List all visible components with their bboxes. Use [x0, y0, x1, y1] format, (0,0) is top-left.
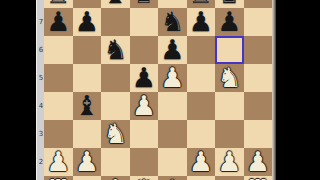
square-b5[interactable] [73, 64, 102, 92]
letterbox-right [276, 0, 320, 180]
square-e7[interactable]: ♞ [158, 8, 187, 36]
square-d7[interactable] [130, 8, 159, 36]
piece-white-queen[interactable]: ♛ [130, 176, 159, 180]
square-a7[interactable]: ♟ [44, 8, 73, 36]
piece-black-pawn[interactable]: ♟ [215, 8, 244, 36]
chess-board: ♜♝♛♜♚♟♟♞♟♟♞♟♟♟♞♝♟♞♟♟♟♟♟♜♝♛♚♜ [44, 0, 272, 180]
square-b6[interactable] [73, 36, 102, 64]
square-e6[interactable]: ♟ [158, 36, 187, 64]
square-e1[interactable]: ♚ [158, 176, 187, 180]
square-c2[interactable] [101, 148, 130, 176]
piece-white-bishop[interactable]: ♝ [101, 176, 130, 180]
piece-white-pawn[interactable]: ♟ [244, 148, 273, 176]
square-h5[interactable] [244, 64, 273, 92]
square-f7[interactable]: ♟ [187, 8, 216, 36]
piece-black-knight[interactable]: ♞ [101, 36, 130, 64]
square-d1[interactable]: ♛ [130, 176, 159, 180]
square-e4[interactable] [158, 92, 187, 120]
square-g5[interactable]: ♞ [215, 64, 244, 92]
square-a5[interactable] [44, 64, 73, 92]
square-f5[interactable] [187, 64, 216, 92]
square-d8[interactable]: ♛ [130, 0, 159, 8]
square-g1[interactable] [215, 176, 244, 180]
piece-white-pawn[interactable]: ♟ [44, 148, 73, 176]
piece-black-pawn[interactable]: ♟ [44, 8, 73, 36]
square-c7[interactable] [101, 8, 130, 36]
square-h3[interactable] [244, 120, 273, 148]
square-b7[interactable]: ♟ [73, 8, 102, 36]
square-f3[interactable] [187, 120, 216, 148]
piece-white-king[interactable]: ♚ [158, 176, 187, 180]
piece-black-bishop[interactable]: ♝ [101, 0, 130, 8]
letterbox-left [0, 0, 36, 180]
piece-white-pawn[interactable]: ♟ [73, 148, 102, 176]
square-f6[interactable] [187, 36, 216, 64]
board-grid: ♜♝♛♜♚♟♟♞♟♟♞♟♟♟♞♝♟♞♟♟♟♟♟♜♝♛♚♜ [44, 0, 272, 180]
piece-white-pawn[interactable]: ♟ [158, 64, 187, 92]
square-b1[interactable] [73, 176, 102, 180]
square-f4[interactable] [187, 92, 216, 120]
square-c4[interactable] [101, 92, 130, 120]
video-frame: { "game": "chess", "position": "r1bq1rk1… [0, 0, 320, 180]
square-c8[interactable]: ♝ [101, 0, 130, 8]
piece-white-knight[interactable]: ♞ [215, 64, 244, 92]
piece-black-pawn[interactable]: ♟ [73, 8, 102, 36]
piece-black-pawn[interactable]: ♟ [130, 64, 159, 92]
square-d4[interactable]: ♟ [130, 92, 159, 120]
square-a6[interactable] [44, 36, 73, 64]
square-e5[interactable]: ♟ [158, 64, 187, 92]
square-c5[interactable] [101, 64, 130, 92]
square-a1[interactable]: ♜ [44, 176, 73, 180]
square-h7[interactable] [244, 8, 273, 36]
piece-white-rook[interactable]: ♜ [44, 176, 73, 180]
square-b2[interactable]: ♟ [73, 148, 102, 176]
piece-white-knight[interactable]: ♞ [101, 120, 130, 148]
square-g4[interactable] [215, 92, 244, 120]
square-h8[interactable] [244, 0, 273, 8]
square-g7[interactable]: ♟ [215, 8, 244, 36]
square-b4[interactable]: ♝ [73, 92, 102, 120]
square-c6[interactable]: ♞ [101, 36, 130, 64]
piece-black-bishop[interactable]: ♝ [73, 92, 102, 120]
square-f1[interactable] [187, 176, 216, 180]
square-d5[interactable]: ♟ [130, 64, 159, 92]
square-h6[interactable] [244, 36, 273, 64]
piece-white-pawn[interactable]: ♟ [187, 148, 216, 176]
square-e3[interactable] [158, 120, 187, 148]
square-b3[interactable] [73, 120, 102, 148]
square-c1[interactable]: ♝ [101, 176, 130, 180]
piece-white-pawn[interactable]: ♟ [215, 148, 244, 176]
square-h2[interactable]: ♟ [244, 148, 273, 176]
square-g3[interactable] [215, 120, 244, 148]
square-f2[interactable]: ♟ [187, 148, 216, 176]
square-h1[interactable]: ♜ [244, 176, 273, 180]
square-h4[interactable] [244, 92, 273, 120]
highlighted-square-g6[interactable] [215, 36, 244, 64]
piece-black-pawn[interactable]: ♟ [187, 8, 216, 36]
piece-black-knight[interactable]: ♞ [158, 8, 187, 36]
piece-black-queen[interactable]: ♛ [130, 0, 159, 8]
piece-white-rook[interactable]: ♜ [244, 176, 273, 180]
square-d3[interactable] [130, 120, 159, 148]
square-c3[interactable]: ♞ [101, 120, 130, 148]
square-a4[interactable] [44, 92, 73, 120]
square-a2[interactable]: ♟ [44, 148, 73, 176]
square-a3[interactable] [44, 120, 73, 148]
rank-label-strip: 765432 [36, 0, 44, 180]
piece-black-pawn[interactable]: ♟ [158, 36, 187, 64]
square-d2[interactable] [130, 148, 159, 176]
square-e2[interactable] [158, 148, 187, 176]
square-g2[interactable]: ♟ [215, 148, 244, 176]
piece-white-pawn[interactable]: ♟ [130, 92, 159, 120]
square-d6[interactable] [130, 36, 159, 64]
